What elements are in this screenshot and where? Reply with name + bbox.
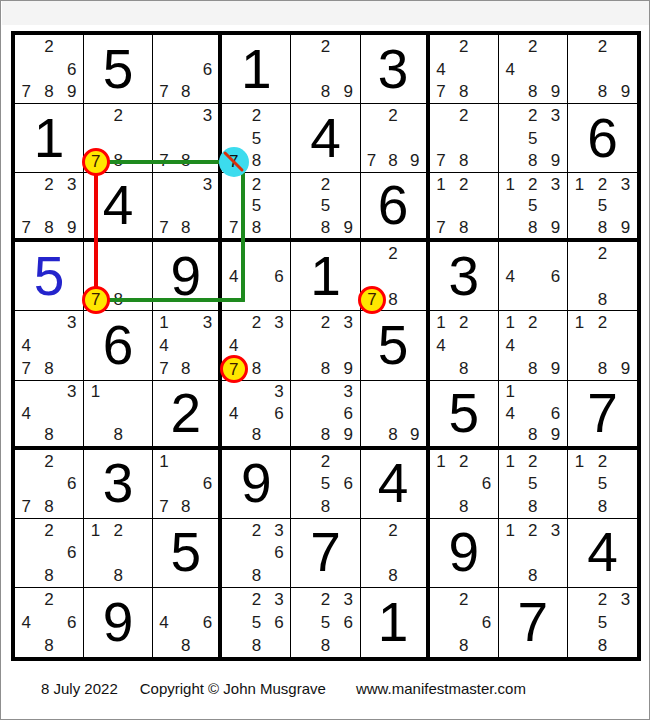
cell-r3c9[interactable]: 123589 xyxy=(568,173,637,242)
candidate-9: 9 xyxy=(404,150,426,173)
cell-r6c2[interactable]: 18 xyxy=(84,381,153,450)
candidate-7: 7 xyxy=(15,357,38,380)
given-digit: 4 xyxy=(568,519,637,587)
candidate-4: 4 xyxy=(222,334,245,357)
candidate-3: 3 xyxy=(614,173,637,195)
cell-r8c3[interactable]: 5 xyxy=(153,519,222,588)
cell-r8c2[interactable]: 128 xyxy=(84,519,153,588)
candidate-5: 5 xyxy=(314,195,337,217)
candidate-8: 8 xyxy=(314,495,337,518)
cell-r4c6[interactable]: 278 xyxy=(361,242,430,311)
cell-r1c2[interactable]: 5 xyxy=(84,35,153,104)
given-digit: 4 xyxy=(361,450,426,518)
candidate-8: 8 xyxy=(107,288,130,311)
candidate-7: 7 xyxy=(430,150,453,173)
top-strip xyxy=(2,1,649,25)
cell-r4c1[interactable]: 5 xyxy=(15,242,84,311)
candidate-3: 3 xyxy=(268,588,291,611)
candidate-8: 8 xyxy=(521,495,544,518)
candidate-8: 8 xyxy=(38,357,61,380)
candidate-8: 8 xyxy=(591,217,614,239)
candidate-2: 2 xyxy=(314,588,337,611)
candidate-4: 4 xyxy=(153,334,175,357)
candidate-9: 9 xyxy=(337,357,360,380)
candidate-4: 4 xyxy=(222,402,245,424)
candidate-2: 2 xyxy=(38,450,61,473)
candidate-8: 8 xyxy=(452,495,475,518)
candidate-8: 8 xyxy=(452,80,475,103)
candidate-8: 8 xyxy=(175,357,197,380)
candidate-2: 2 xyxy=(521,311,544,334)
cell-r2c2[interactable]: 278 xyxy=(84,104,153,173)
candidate-2: 2 xyxy=(382,519,404,542)
given-digit: 5 xyxy=(84,35,152,103)
candidate-5: 5 xyxy=(245,611,268,634)
cell-r5c8[interactable]: 12489 xyxy=(499,311,568,380)
given-digit: 5 xyxy=(430,381,498,446)
candidate-7: 7 xyxy=(153,80,175,103)
candidate-7: 7 xyxy=(430,80,453,103)
candidate-2: 2 xyxy=(452,173,475,195)
cell-r3c2[interactable]: 4 xyxy=(84,173,153,242)
cell-r1c8[interactable]: 2489 xyxy=(499,35,568,104)
candidate-8: 8 xyxy=(175,634,197,657)
given-digit: 4 xyxy=(291,104,359,172)
candidate-8: 8 xyxy=(175,80,197,103)
candidate-7: 7 xyxy=(153,150,175,173)
candidate-8: 8 xyxy=(382,564,404,587)
candidate-8: 8 xyxy=(521,564,544,587)
cell-r7c9[interactable]: 1258 xyxy=(568,450,637,519)
candidate-2: 2 xyxy=(591,450,614,473)
cell-r6c9[interactable]: 7 xyxy=(568,381,637,450)
candidate-8: 8 xyxy=(175,217,197,239)
candidate-8: 8 xyxy=(38,564,61,587)
candidate-8: 8 xyxy=(591,80,614,103)
cell-r7c3[interactable]: 1678 xyxy=(153,450,222,519)
cell-r9c6[interactable]: 1 xyxy=(361,588,430,657)
given-digit: 5 xyxy=(153,519,218,587)
candidate-9: 9 xyxy=(60,217,83,239)
candidate-8: 8 xyxy=(314,80,337,103)
candidate-1: 1 xyxy=(499,311,522,334)
cell-r8c6[interactable]: 28 xyxy=(361,519,430,588)
given-digit: 3 xyxy=(430,242,498,310)
candidate-7: 7 xyxy=(84,288,107,311)
candidate-6: 6 xyxy=(268,541,291,564)
candidate-2: 2 xyxy=(591,311,614,334)
cell-r4c9[interactable]: 28 xyxy=(568,242,637,311)
cell-r6c4[interactable]: 3468 xyxy=(222,381,291,450)
cell-r9c1[interactable]: 2468 xyxy=(15,588,84,657)
cell-r1c1[interactable]: 26789 xyxy=(15,35,84,104)
candidate-6: 6 xyxy=(337,402,360,424)
candidate-6: 6 xyxy=(60,611,83,634)
cell-r3c3[interactable]: 378 xyxy=(153,173,222,242)
given-digit: 9 xyxy=(84,588,152,657)
cell-r8c8[interactable]: 1238 xyxy=(499,519,568,588)
cell-r4c5[interactable]: 1 xyxy=(291,242,360,311)
given-digit: 1 xyxy=(15,104,83,172)
candidate-8: 8 xyxy=(521,150,544,173)
candidate-6: 6 xyxy=(60,541,83,564)
cell-r9c3[interactable]: 468 xyxy=(153,588,222,657)
candidate-9: 9 xyxy=(614,217,637,239)
candidate-8: 8 xyxy=(452,357,475,380)
candidate-4: 4 xyxy=(15,402,38,424)
given-digit: 7 xyxy=(568,381,637,446)
cell-r6c3[interactable]: 2 xyxy=(153,381,222,450)
candidate-2: 2 xyxy=(452,311,475,334)
candidate-8: 8 xyxy=(175,150,197,173)
candidate-2: 2 xyxy=(521,35,544,58)
candidate-3: 3 xyxy=(197,173,219,195)
candidate-2: 2 xyxy=(107,104,130,127)
given-digit: 4 xyxy=(84,173,152,238)
cell-r2c4[interactable]: 2578 xyxy=(222,104,291,173)
candidate-9: 9 xyxy=(544,80,567,103)
cell-r6c8[interactable]: 14689 xyxy=(499,381,568,450)
given-digit: 9 xyxy=(222,450,290,518)
candidate-2: 2 xyxy=(38,35,61,58)
candidate-4: 4 xyxy=(15,334,38,357)
candidate-1: 1 xyxy=(84,519,107,542)
cell-r8c5[interactable]: 7 xyxy=(291,519,360,588)
cell-r9c5[interactable]: 23568 xyxy=(291,588,360,657)
candidate-1: 1 xyxy=(84,381,107,403)
cell-r3c5[interactable]: 2589 xyxy=(291,173,360,242)
candidate-8: 8 xyxy=(521,80,544,103)
cell-r4c7[interactable]: 3 xyxy=(430,242,499,311)
candidate-1: 1 xyxy=(430,311,453,334)
given-digit: 9 xyxy=(153,242,218,310)
cell-r9c8[interactable]: 7 xyxy=(499,588,568,657)
candidate-6: 6 xyxy=(60,58,83,81)
candidate-9: 9 xyxy=(544,424,567,446)
candidate-7: 7 xyxy=(222,357,245,380)
candidate-6: 6 xyxy=(197,58,219,81)
candidate-6: 6 xyxy=(544,402,567,424)
cell-r5c1[interactable]: 3478 xyxy=(15,311,84,380)
cell-r5c3[interactable]: 13478 xyxy=(153,311,222,380)
candidate-8: 8 xyxy=(245,150,268,173)
cell-r2c9[interactable]: 6 xyxy=(568,104,637,173)
candidate-8: 8 xyxy=(245,357,268,380)
cell-r7c6[interactable]: 4 xyxy=(361,450,430,519)
candidate-3: 3 xyxy=(268,311,291,334)
candidate-2: 2 xyxy=(107,519,130,542)
candidate-7: 7 xyxy=(361,288,383,311)
cell-r2c8[interactable]: 23589 xyxy=(499,104,568,173)
candidate-2: 2 xyxy=(245,173,268,195)
cell-r8c4[interactable]: 2368 xyxy=(222,519,291,588)
cell-r5c4[interactable]: 23478 xyxy=(222,311,291,380)
candidate-2: 2 xyxy=(245,104,268,127)
candidate-9: 9 xyxy=(544,150,567,173)
candidate-8: 8 xyxy=(521,424,544,446)
cell-r3c1[interactable]: 23789 xyxy=(15,173,84,242)
candidate-4: 4 xyxy=(430,334,453,357)
cell-r2c7[interactable]: 278 xyxy=(430,104,499,173)
candidate-3: 3 xyxy=(197,104,219,127)
cell-r7c1[interactable]: 2678 xyxy=(15,450,84,519)
cell-r4c2[interactable]: 78 xyxy=(84,242,153,311)
candidate-5: 5 xyxy=(245,195,268,217)
cell-r1c4[interactable]: 1 xyxy=(222,35,291,104)
candidate-2: 2 xyxy=(452,450,475,473)
candidate-7: 7 xyxy=(430,217,453,239)
cell-r2c1[interactable]: 1 xyxy=(15,104,84,173)
candidate-1: 1 xyxy=(499,519,522,542)
candidate-8: 8 xyxy=(38,80,61,103)
given-digit: 9 xyxy=(430,519,498,587)
candidate-1: 1 xyxy=(430,450,453,473)
candidate-2: 2 xyxy=(591,35,614,58)
candidate-8: 8 xyxy=(521,357,544,380)
cell-r3c6[interactable]: 6 xyxy=(361,173,430,242)
candidate-9: 9 xyxy=(544,217,567,239)
given-digit: 7 xyxy=(291,519,359,587)
cell-r6c6[interactable]: 89 xyxy=(361,381,430,450)
candidate-7: 7 xyxy=(222,150,245,173)
candidate-8: 8 xyxy=(107,564,130,587)
candidate-9: 9 xyxy=(544,357,567,380)
given-digit: 5 xyxy=(361,311,426,379)
candidate-8: 8 xyxy=(38,424,61,446)
candidate-8: 8 xyxy=(314,424,337,446)
candidate-2: 2 xyxy=(38,173,61,195)
candidate-8: 8 xyxy=(591,288,614,311)
candidate-6: 6 xyxy=(475,611,498,634)
candidate-5: 5 xyxy=(521,195,544,217)
candidate-7: 7 xyxy=(15,495,38,518)
candidate-7: 7 xyxy=(153,495,175,518)
candidate-5: 5 xyxy=(314,611,337,634)
candidate-6: 6 xyxy=(197,611,219,634)
given-digit: 2 xyxy=(153,381,218,446)
candidate-3: 3 xyxy=(544,173,567,195)
candidate-2: 2 xyxy=(521,450,544,473)
candidate-8: 8 xyxy=(245,424,268,446)
cell-r1c7[interactable]: 2478 xyxy=(430,35,499,104)
cell-r5c9[interactable]: 1289 xyxy=(568,311,637,380)
candidate-3: 3 xyxy=(337,381,360,403)
candidate-5: 5 xyxy=(314,472,337,495)
given-digit: 1 xyxy=(361,588,426,657)
candidate-8: 8 xyxy=(591,495,614,518)
cell-r1c5[interactable]: 289 xyxy=(291,35,360,104)
cell-r6c5[interactable]: 3689 xyxy=(291,381,360,450)
candidate-6: 6 xyxy=(337,611,360,634)
candidate-9: 9 xyxy=(337,217,360,239)
cell-r7c7[interactable]: 1268 xyxy=(430,450,499,519)
candidate-2: 2 xyxy=(591,242,614,265)
candidate-1: 1 xyxy=(499,173,522,195)
candidate-6: 6 xyxy=(268,402,291,424)
given-digit: 6 xyxy=(568,104,637,172)
candidate-9: 9 xyxy=(60,80,83,103)
cell-r1c6[interactable]: 3 xyxy=(361,35,430,104)
cell-r9c4[interactable]: 23568 xyxy=(222,588,291,657)
cell-r5c5[interactable]: 2389 xyxy=(291,311,360,380)
candidate-8: 8 xyxy=(382,150,404,173)
candidate-4: 4 xyxy=(222,265,245,288)
candidate-8: 8 xyxy=(38,634,61,657)
candidate-1: 1 xyxy=(568,173,591,195)
candidate-5: 5 xyxy=(591,611,614,634)
cell-r5c7[interactable]: 1248 xyxy=(430,311,499,380)
candidate-1: 1 xyxy=(568,450,591,473)
candidate-7: 7 xyxy=(15,217,38,239)
cell-r4c4[interactable]: 46 xyxy=(222,242,291,311)
candidate-2: 2 xyxy=(314,173,337,195)
candidate-4: 4 xyxy=(499,265,522,288)
candidate-2: 2 xyxy=(314,311,337,334)
candidate-7: 7 xyxy=(84,150,107,173)
footer: 8 July 2022 Copyright © John Musgrave ww… xyxy=(41,677,526,699)
candidate-4: 4 xyxy=(499,334,522,357)
candidate-8: 8 xyxy=(452,150,475,173)
given-digit: 1 xyxy=(291,242,359,310)
candidate-3: 3 xyxy=(60,381,83,403)
candidate-3: 3 xyxy=(60,311,83,334)
candidate-3: 3 xyxy=(337,588,360,611)
cell-r4c3[interactable]: 9 xyxy=(153,242,222,311)
given-digit: 3 xyxy=(84,450,152,518)
candidate-7: 7 xyxy=(153,217,175,239)
candidate-6: 6 xyxy=(337,472,360,495)
candidate-8: 8 xyxy=(245,217,268,239)
candidate-2: 2 xyxy=(521,173,544,195)
candidate-2: 2 xyxy=(382,104,404,127)
cell-r7c4[interactable]: 9 xyxy=(222,450,291,519)
candidate-6: 6 xyxy=(268,611,291,634)
cell-r5c2[interactable]: 6 xyxy=(84,311,153,380)
cell-r3c8[interactable]: 123589 xyxy=(499,173,568,242)
candidate-9: 9 xyxy=(614,357,637,380)
candidate-5: 5 xyxy=(591,195,614,217)
candidate-2: 2 xyxy=(245,519,268,542)
candidate-5: 5 xyxy=(591,472,614,495)
candidate-5: 5 xyxy=(521,127,544,150)
cell-r1c3[interactable]: 678 xyxy=(153,35,222,104)
candidate-7: 7 xyxy=(361,150,383,173)
candidate-2: 2 xyxy=(38,519,61,542)
candidate-2: 2 xyxy=(452,588,475,611)
candidate-6: 6 xyxy=(197,472,219,495)
cell-r7c5[interactable]: 2568 xyxy=(291,450,360,519)
candidate-8: 8 xyxy=(175,495,197,518)
candidate-2: 2 xyxy=(382,242,404,265)
candidate-4: 4 xyxy=(430,58,453,81)
cell-r2c3[interactable]: 378 xyxy=(153,104,222,173)
candidate-3: 3 xyxy=(197,311,219,334)
candidate-8: 8 xyxy=(314,217,337,239)
candidate-8: 8 xyxy=(314,357,337,380)
cell-r3c7[interactable]: 1278 xyxy=(430,173,499,242)
footer-date: 8 July 2022 xyxy=(41,680,118,697)
cell-r2c6[interactable]: 2789 xyxy=(361,104,430,173)
candidate-8: 8 xyxy=(314,634,337,657)
footer-url: www.manifestmaster.com xyxy=(356,680,526,697)
candidate-8: 8 xyxy=(107,150,130,173)
cell-r7c8[interactable]: 1258 xyxy=(499,450,568,519)
footer-copyright: Copyright © John Musgrave xyxy=(140,680,326,697)
given-digit: 6 xyxy=(84,311,152,379)
candidate-2: 2 xyxy=(452,35,475,58)
given-digit: 3 xyxy=(361,35,426,103)
candidate-8: 8 xyxy=(382,424,404,446)
sudoku-board: 2678956781289324782489289127837825784278… xyxy=(11,31,641,661)
candidate-8: 8 xyxy=(591,634,614,657)
candidate-6: 6 xyxy=(544,265,567,288)
candidate-3: 3 xyxy=(337,311,360,334)
candidate-2: 2 xyxy=(245,588,268,611)
candidate-4: 4 xyxy=(499,402,522,424)
candidate-8: 8 xyxy=(245,564,268,587)
candidate-1: 1 xyxy=(430,173,453,195)
cell-r6c1[interactable]: 348 xyxy=(15,381,84,450)
candidate-3: 3 xyxy=(268,519,291,542)
candidate-1: 1 xyxy=(568,311,591,334)
candidate-1: 1 xyxy=(499,381,522,403)
cell-r9c9[interactable]: 2358 xyxy=(568,588,637,657)
cell-r7c2[interactable]: 3 xyxy=(84,450,153,519)
cell-r6c7[interactable]: 5 xyxy=(430,381,499,450)
candidate-4: 4 xyxy=(15,611,38,634)
candidate-8: 8 xyxy=(245,634,268,657)
candidate-3: 3 xyxy=(60,173,83,195)
candidate-8: 8 xyxy=(107,424,130,446)
candidate-2: 2 xyxy=(38,588,61,611)
cell-r1c9[interactable]: 289 xyxy=(568,35,637,104)
candidate-1: 1 xyxy=(153,450,175,473)
candidate-8: 8 xyxy=(452,634,475,657)
candidate-8: 8 xyxy=(452,217,475,239)
candidate-2: 2 xyxy=(314,35,337,58)
candidate-3: 3 xyxy=(544,104,567,127)
candidate-8: 8 xyxy=(521,217,544,239)
candidate-8: 8 xyxy=(382,288,404,311)
cell-r9c2[interactable]: 9 xyxy=(84,588,153,657)
cell-r2c5[interactable]: 4 xyxy=(291,104,360,173)
candidate-2: 2 xyxy=(452,104,475,127)
page: 2678956781289324782489289127837825784278… xyxy=(0,0,650,720)
candidate-7: 7 xyxy=(15,80,38,103)
candidate-9: 9 xyxy=(337,424,360,446)
cell-r4c8[interactable]: 46 xyxy=(499,242,568,311)
candidate-5: 5 xyxy=(245,127,268,150)
candidate-2: 2 xyxy=(521,104,544,127)
candidate-2: 2 xyxy=(591,173,614,195)
given-digit: 1 xyxy=(222,35,290,103)
candidate-6: 6 xyxy=(60,472,83,495)
candidate-3: 3 xyxy=(268,381,291,403)
candidate-9: 9 xyxy=(614,80,637,103)
candidate-4: 4 xyxy=(153,611,175,634)
candidate-9: 9 xyxy=(337,80,360,103)
cell-r9c7[interactable]: 268 xyxy=(430,588,499,657)
cell-r5c6[interactable]: 5 xyxy=(361,311,430,380)
candidate-1: 1 xyxy=(499,450,522,473)
cell-r8c1[interactable]: 268 xyxy=(15,519,84,588)
candidate-1: 1 xyxy=(153,311,175,334)
candidate-6: 6 xyxy=(268,265,291,288)
cell-r8c9[interactable]: 4 xyxy=(568,519,637,588)
candidate-8: 8 xyxy=(591,357,614,380)
cell-r3c4[interactable]: 2578 xyxy=(222,173,291,242)
cell-r8c7[interactable]: 9 xyxy=(430,519,499,588)
